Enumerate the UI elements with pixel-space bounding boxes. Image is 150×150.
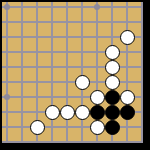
white-stone-Q4[interactable] [90, 90, 105, 105]
star-point-Q10 [94, 4, 100, 10]
go-board-screenshot [0, 0, 150, 150]
white-stone-P5[interactable] [75, 75, 90, 90]
grid-line-vertical [51, 2, 53, 143]
black-stone-R2[interactable] [105, 120, 120, 135]
grid-line-horizontal [2, 126, 143, 128]
white-stone-N3[interactable] [45, 105, 60, 120]
black-stone-R3[interactable] [105, 105, 120, 120]
black-stone-S3[interactable] [120, 105, 135, 120]
black-stone-Q3[interactable] [90, 105, 105, 120]
grid-line-horizontal [2, 51, 143, 53]
white-stone-S8[interactable] [120, 30, 135, 45]
white-stone-R6[interactable] [105, 60, 120, 75]
grid-line-horizontal [2, 141, 143, 143]
go-board[interactable] [2, 2, 143, 143]
grid-line-horizontal [2, 66, 143, 68]
grid-line-vertical [66, 2, 68, 143]
star-point-K4 [4, 94, 10, 100]
grid-line-horizontal [2, 6, 143, 8]
grid-line-vertical [6, 2, 8, 143]
grid-line-horizontal [2, 81, 143, 83]
white-stone-O3[interactable] [60, 105, 75, 120]
grid-line-vertical [141, 2, 143, 143]
grid-line-vertical [81, 2, 83, 143]
grid-line-vertical [21, 2, 23, 143]
white-stone-S4[interactable] [120, 90, 135, 105]
white-stone-R7[interactable] [105, 45, 120, 60]
grid-line-vertical [126, 2, 128, 143]
white-stone-R5[interactable] [105, 75, 120, 90]
white-stone-M2[interactable] [30, 120, 45, 135]
white-stone-P3[interactable] [75, 105, 90, 120]
black-stone-R4[interactable] [105, 90, 120, 105]
star-point-K10 [4, 4, 10, 10]
white-stone-Q2[interactable] [90, 120, 105, 135]
grid-line-horizontal [2, 21, 143, 23]
